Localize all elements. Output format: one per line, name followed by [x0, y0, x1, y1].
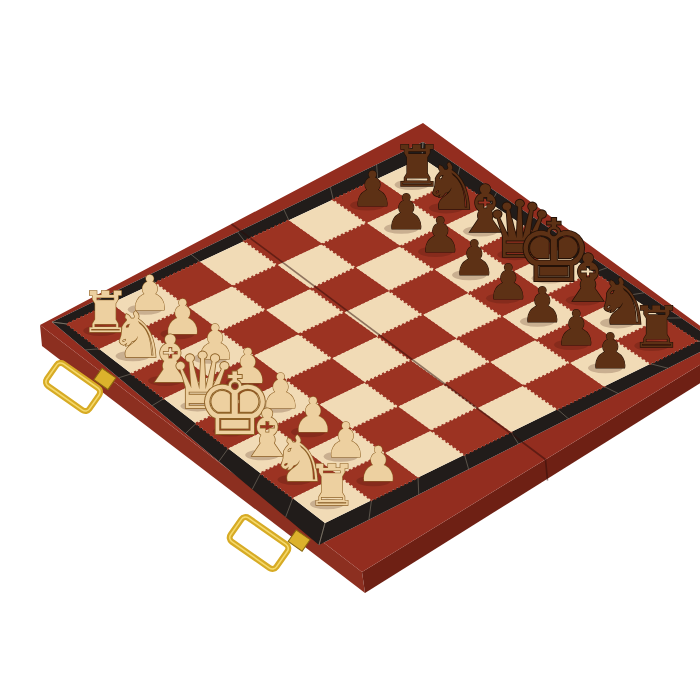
piece-white-pawn-h2: ♟ [357, 436, 400, 492]
piece-black-pawn-h7: ♟ [588, 323, 632, 379]
piece-black-rook-h8: ♜ [631, 294, 682, 360]
piece-white-rook-h1: ♜ [307, 453, 357, 518]
chessboard: ♜♟♞♟♝♟♛♟♚♟♝♟♟♞♜♟♟♜♞♟♟♝♟♛♟♚♟♝♟♞♟♜ [40, 16, 700, 700]
chess-set-photo: ♜♟♞♟♝♟♛♟♚♟♝♟♟♞♜♟♟♜♞♟♟♝♟♛♟♚♟♝♟♞♟♜ Folding… [40, 16, 700, 700]
